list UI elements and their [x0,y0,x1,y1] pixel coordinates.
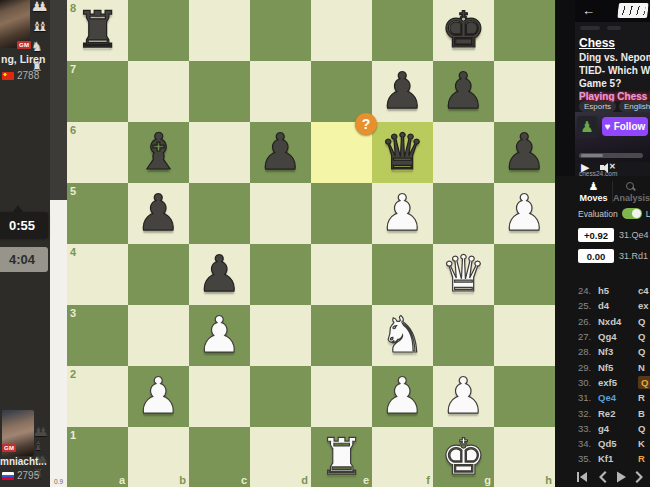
piece-black-q-f6[interactable]: ♛ [372,122,433,183]
square-h1[interactable]: h [494,427,555,487]
move-row-32: 32.Re2B [556,405,650,420]
rank-label-5: 5 [70,186,76,197]
move-number: 34. [578,438,594,449]
square-g2[interactable]: ♟ [433,366,494,427]
square-e8[interactable] [311,0,372,61]
square-d4[interactable] [250,244,311,305]
rank-label-2: 2 [70,369,76,380]
square-f7[interactable]: ♟ [372,61,433,122]
square-e5[interactable] [311,183,372,244]
stream-card: ← Chess Ding vs. Nepomni TIED- Which Wor… [575,0,650,176]
next-move-button[interactable] [633,470,647,484]
move-number: 33. [578,423,594,434]
captured-pieces-row: ♞ [31,40,39,53]
pawn-icon: ♟ [589,181,599,192]
video-progress-bar[interactable] [579,153,643,158]
rank-label-4: 4 [70,247,76,258]
piece-white-k-g1[interactable]: ♚ [433,427,494,487]
square-h6[interactable]: ♟ [494,122,555,183]
piece-white-n-f3[interactable]: ♞ [372,305,433,366]
square-h5[interactable]: ♟ [494,183,555,244]
stream-meta-line [580,26,600,30]
move-row-29: 29.Nf5N [556,359,650,374]
square-h7[interactable] [494,61,555,122]
square-b8[interactable] [128,0,189,61]
rank-label-7: 7 [70,64,76,75]
captured-pieces-row: ♝♝ [31,20,39,33]
square-c7[interactable] [189,61,250,122]
move-number: 25. [578,300,594,311]
piece-white-p-c3[interactable]: ♟ [189,305,250,366]
square-d5[interactable] [250,183,311,244]
piece-black-p-g7[interactable]: ♟ [433,61,494,122]
channel-logo [617,3,649,18]
stream-meta-line [607,26,621,30]
mistake-annotation-badge: ? [355,113,377,135]
stream-title-line-2: TIED- Which Worl [579,65,650,76]
square-g7[interactable]: ♟ [433,61,494,122]
piece-white-p-h5[interactable]: ♟ [494,183,555,244]
file-label-a: a [119,475,125,486]
evaluation-bar: 0.9 [50,0,67,487]
piece-white-p-f2[interactable]: ♟ [372,366,433,427]
panel-tabs: ♟ Moves Analysis [575,178,650,206]
black-move[interactable]: B [638,408,645,419]
black-move[interactable]: K [638,438,645,449]
black-move[interactable]: Q [638,331,645,342]
move-number: 26. [578,316,594,327]
square-h2[interactable] [494,366,555,427]
square-f1[interactable]: f [372,427,433,487]
move-number: 35. [578,453,594,464]
square-h3[interactable] [494,305,555,366]
rank-label-6: 6 [70,125,76,136]
chess-board[interactable]: 8♜♚7♟♟6♝♟♛♟5♟♟♟4♟♛3♟♞2♟♟♟1abcde♜fg♚h [67,0,555,487]
evaluation-bar-black-portion [50,0,67,200]
square-b4[interactable] [128,244,189,305]
square-d7[interactable] [250,61,311,122]
square-f2[interactable]: ♟ [372,366,433,427]
white-move[interactable]: Re2 [598,408,615,419]
engine-variation-2: 31.Rd1 b4 32.R [619,251,650,261]
evaluation-bar-value: 0.9 [50,478,67,485]
file-label-d: d [301,475,308,486]
file-label-c: c [241,475,247,486]
tab-moves[interactable]: ♟ Moves [575,178,612,206]
white-move[interactable]: exf5 [598,377,617,388]
top-player-name: ng, Liren [1,53,45,65]
square-f5[interactable]: ♟ [372,183,433,244]
square-b6[interactable]: ♝ [128,122,189,183]
square-f3[interactable]: ♞ [372,305,433,366]
square-c8[interactable] [189,0,250,61]
square-a3[interactable]: 3 [67,305,128,366]
bottom-player-name: mniacht... [0,456,47,467]
stream-category-link[interactable]: Chess [579,36,615,50]
black-move[interactable]: N [638,362,645,373]
back-arrow-icon[interactable]: ← [582,3,595,18]
bottom-player-title-badge: GM [2,444,16,452]
piece-black-k-g8[interactable]: ♚ [433,0,494,61]
stream-topbar: ← [575,0,650,22]
move-row-24: 24.h5c4 [556,283,650,298]
engine-line-1[interactable]: +0.92 31.Qe4 Rb8 32 [578,227,650,243]
square-d3[interactable] [250,305,311,366]
engine-eval-1: +0.92 [578,228,614,242]
square-c1[interactable]: c [189,427,250,487]
move-row-33: 33.g4Q [556,421,650,436]
heart-icon: ♥ [605,122,611,132]
square-b1[interactable]: b [128,427,189,487]
black-move[interactable]: ex [638,300,649,311]
white-move[interactable]: Nxd4 [598,316,621,327]
square-d1[interactable]: d [250,427,311,487]
move-row-35: 35.Kf1R [556,451,650,466]
black-move[interactable]: R [638,392,645,403]
chess-broadcast-app: GM ♟♟ ♝♝ ♞ ♜ ng, Liren 2788 0:55 4:04 GM… [0,0,650,487]
piece-white-r-e1[interactable]: ♜ [311,427,372,487]
black-move[interactable]: Q [638,316,645,327]
square-e3[interactable] [311,305,372,366]
captured-pieces-row: ♝ [33,440,39,452]
move-navigation-bar [556,467,650,487]
square-g6[interactable] [433,122,494,183]
white-move[interactable]: h5 [598,285,609,296]
square-a1[interactable]: 1a [67,427,128,487]
move-number: 27. [578,331,594,342]
piece-black-b-b6[interactable]: ♝ [128,122,189,183]
bottom-player-rating: 2795 [17,470,39,481]
square-g3[interactable] [433,305,494,366]
black-move[interactable]: Q [638,346,645,357]
square-c5[interactable] [189,183,250,244]
moves-panel: ♟ Moves Analysis Evaluation Lines +0.92 … [556,176,650,487]
move-number: 32. [578,408,594,419]
white-move[interactable]: g4 [598,423,609,434]
play-moves-button[interactable] [614,470,628,484]
move-number: 28. [578,346,594,357]
engine-line-2[interactable]: 0.00 31.Rd1 b4 32.R [578,248,650,264]
piece-white-p-b2[interactable]: ♟ [128,366,189,427]
bottom-player-rating-row: 2795 [2,470,39,481]
tab-analysis[interactable]: Analysis [613,178,650,206]
move-row-25: 25.d4ex [556,298,650,313]
move-number: 24. [578,285,594,296]
magnifier-icon [626,182,636,192]
square-f4[interactable] [372,244,433,305]
engine-variation-1: 31.Qe4 Rb8 32 [619,230,650,240]
square-d2[interactable] [250,366,311,427]
piece-white-q-g4[interactable]: ♛ [433,244,494,305]
piece-black-p-c4[interactable]: ♟ [189,244,250,305]
square-d6[interactable]: ♟ [250,122,311,183]
black-move[interactable]: Q [638,423,645,434]
square-h8[interactable] [494,0,555,61]
rank-label-1: 1 [70,430,76,441]
channel-pawn-avatar-icon[interactable]: ♟ [577,116,597,138]
square-e1[interactable]: e♜ [311,427,372,487]
piece-white-p-g2[interactable]: ♟ [433,366,494,427]
square-f6[interactable]: ♛ [372,122,433,183]
file-label-f: f [426,475,430,486]
move-row-30: 30.exf5Q [556,375,650,390]
engine-eval-2: 0.00 [578,249,614,263]
white-move[interactable]: Qd5 [598,438,616,449]
evaluation-toggle-row: Evaluation Lines [578,208,650,219]
piece-black-r-a8[interactable]: ♜ [67,0,128,61]
lines-label: Lines [646,209,650,219]
evaluation-toggle[interactable] [622,208,642,219]
move-row-34: 34.Qd5K [556,436,650,451]
black-move[interactable]: R [638,453,645,464]
piece-black-p-b5[interactable]: ♟ [128,183,189,244]
move-row-31: 31.Qe4R [556,390,650,405]
move-row-28: 28.Nf3Q [556,344,650,359]
file-label-h: h [545,475,552,486]
square-f8[interactable] [372,0,433,61]
square-a2[interactable]: 2 [67,366,128,427]
captured-pieces-row: ♟♟ [31,0,39,13]
square-e2[interactable] [311,366,372,427]
square-c3[interactable]: ♟ [189,305,250,366]
white-move[interactable]: Qe4 [598,392,616,403]
square-d8[interactable] [250,0,311,61]
move-row-27: 27.Qg4Q [556,329,650,344]
piece-white-p-f5[interactable]: ♟ [372,183,433,244]
stream-title-line-3: Game 5? [579,78,650,89]
move-row-26: 26.Nxd4Q [556,314,650,329]
file-label-b: b [179,475,186,486]
stream-tag-esports[interactable]: Esports [579,101,616,112]
top-player-rating-row: 2788 [2,70,39,81]
left-sidebar: GM ♟♟ ♝♝ ♞ ♜ ng, Liren 2788 0:55 4:04 GM… [0,0,50,487]
piece-black-p-d6[interactable]: ♟ [250,122,311,183]
follow-label: Follow [614,121,646,132]
square-b3[interactable] [128,305,189,366]
bottom-player-clock: 4:04 [0,247,48,272]
square-b5[interactable]: ♟ [128,183,189,244]
square-g1[interactable]: g♚ [433,427,494,487]
white-move[interactable]: Nf3 [598,346,613,357]
white-move[interactable]: Kf1 [598,453,613,464]
square-a8[interactable]: 8♜ [67,0,128,61]
square-a4[interactable]: 4 [67,244,128,305]
previous-move-button[interactable] [595,470,609,484]
move-number: 30. [578,377,594,388]
square-g4[interactable]: ♛ [433,244,494,305]
black-move[interactable]: Q [638,376,650,389]
square-b7[interactable] [128,61,189,122]
square-a5[interactable]: 5 [67,183,128,244]
rank-label-3: 3 [70,308,76,319]
black-move[interactable]: c4 [638,285,649,296]
square-c6[interactable] [189,122,250,183]
square-b2[interactable]: ♟ [128,366,189,427]
square-g8[interactable]: ♚ [433,0,494,61]
russia-flag-icon [2,472,14,480]
square-e4[interactable] [311,244,372,305]
square-c4[interactable]: ♟ [189,244,250,305]
white-move[interactable]: Nf5 [598,362,613,373]
square-h4[interactable] [494,244,555,305]
white-move[interactable]: d4 [598,300,609,311]
top-player-title-badge: GM [17,41,31,49]
top-player-rating: 2788 [17,70,39,81]
evaluation-label: Evaluation [578,209,618,219]
follow-button[interactable]: ♥ Follow [602,117,648,136]
go-to-start-button[interactable] [575,470,589,484]
move-list: 24.h5c425.d4ex26.Nxd4Q27.Qg4Q28.Nf3Q29.N… [556,283,650,467]
square-a6[interactable]: 6 [67,122,128,183]
stream-tag-english[interactable]: English [619,101,650,112]
move-number: 31. [578,392,594,403]
square-c2[interactable] [189,366,250,427]
piece-black-p-f7[interactable]: ♟ [372,61,433,122]
captured-pieces-row: ♟♟ [33,426,39,438]
top-player-clock: 0:55 [0,212,48,238]
china-flag-icon [2,72,14,80]
piece-black-p-h6[interactable]: ♟ [494,122,555,183]
stream-title-line-1: Ding vs. Nepomni [579,52,650,63]
right-panel: ← Chess Ding vs. Nepomni TIED- Which Wor… [556,0,650,487]
white-move[interactable]: Qg4 [598,331,616,342]
square-a7[interactable]: 7 [67,61,128,122]
move-number: 29. [578,362,594,373]
square-g5[interactable] [433,183,494,244]
